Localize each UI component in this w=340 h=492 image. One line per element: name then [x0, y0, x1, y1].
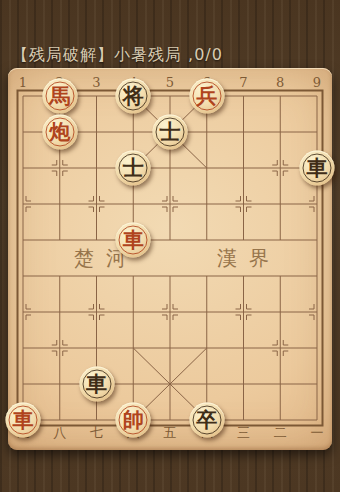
piece-black-pawn[interactable]: 卒	[189, 403, 224, 438]
piece-red-cannon[interactable]: 炮	[42, 115, 77, 150]
piece-red-chariot[interactable]: 車	[6, 403, 41, 438]
app-background: 【残局破解】小暑残局 ,0/0 123456789九八七六五四三二一 楚河 漢界…	[0, 0, 340, 492]
piece-black-general[interactable]: 将	[116, 79, 151, 114]
piece-glyph: 兵	[196, 78, 217, 113]
piece-glyph: 車	[86, 366, 107, 401]
file-label-top: 1	[19, 76, 27, 90]
piece-black-advisor[interactable]: 士	[153, 115, 188, 150]
file-label-bottom: 五	[164, 426, 177, 440]
file-label-bottom: 七	[90, 426, 103, 440]
file-label-top: 9	[313, 76, 321, 90]
piece-glyph: 馬	[49, 78, 70, 113]
file-label-bottom: 二	[274, 426, 287, 440]
piece-red-horse[interactable]: 馬	[42, 79, 77, 114]
file-label-top: 5	[166, 76, 174, 90]
file-label-bottom: 八	[53, 426, 66, 440]
piece-glyph: 将	[123, 78, 144, 113]
piece-glyph: 士	[160, 114, 181, 149]
piece-glyph: 炮	[49, 114, 70, 149]
piece-red-chariot[interactable]: 車	[116, 223, 151, 258]
piece-glyph: 車	[13, 402, 34, 437]
piece-glyph: 帥	[123, 402, 144, 437]
piece-glyph: 卒	[196, 402, 217, 437]
file-label-top: 8	[276, 76, 284, 90]
piece-red-pawn[interactable]: 兵	[189, 79, 224, 114]
piece-glyph: 車	[123, 222, 144, 257]
piece-black-chariot[interactable]: 車	[79, 367, 114, 402]
piece-red-general[interactable]: 帥	[116, 403, 151, 438]
piece-black-chariot[interactable]: 車	[300, 151, 335, 186]
river-label-right: 漢界	[205, 245, 281, 272]
piece-black-advisor[interactable]: 士	[116, 151, 151, 186]
piece-glyph: 車	[307, 150, 328, 185]
file-label-bottom: 一	[311, 426, 324, 440]
file-label-top: 3	[92, 76, 100, 90]
file-label-bottom: 三	[237, 426, 250, 440]
piece-glyph: 士	[123, 150, 144, 185]
puzzle-title: 【残局破解】小暑残局 ,0/0	[12, 44, 332, 66]
file-label-top: 7	[239, 76, 247, 90]
